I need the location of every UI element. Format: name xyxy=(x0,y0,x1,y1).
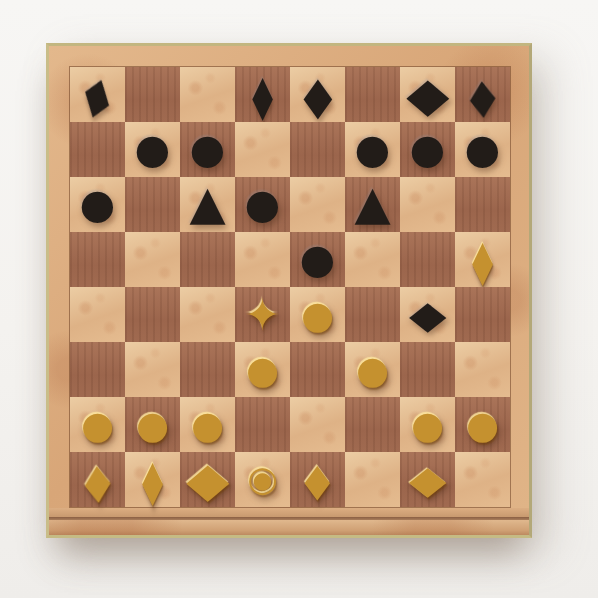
square-f6[interactable]: ▲ xyxy=(345,177,400,232)
square-f5[interactable] xyxy=(345,232,400,287)
black-king-piece[interactable]: ◆ xyxy=(303,69,332,121)
gold-pawn-piece[interactable]: ● xyxy=(466,406,499,444)
square-f1[interactable] xyxy=(345,452,400,507)
gold-queen-piece[interactable]: ◆ xyxy=(186,456,229,504)
black-bishop-piece[interactable]: ▲ xyxy=(354,179,390,226)
square-g5[interactable] xyxy=(400,232,455,287)
gold-pawn-piece[interactable]: ● xyxy=(81,406,114,444)
board-bottom-ledge xyxy=(49,508,529,517)
square-e5[interactable]: ● xyxy=(290,232,345,287)
square-f7[interactable]: ● xyxy=(345,122,400,177)
square-b2[interactable]: ● xyxy=(125,397,180,452)
black-pawn-piece[interactable]: ● xyxy=(300,239,336,280)
square-d3[interactable]: ● xyxy=(235,342,290,397)
square-g6[interactable] xyxy=(400,177,455,232)
square-c7[interactable]: ● xyxy=(180,122,235,177)
square-f3[interactable]: ● xyxy=(345,342,400,397)
square-e4[interactable]: ● xyxy=(290,287,345,342)
square-a8[interactable]: ◆ xyxy=(70,67,125,122)
square-h3[interactable] xyxy=(455,342,510,397)
square-f8[interactable] xyxy=(345,67,400,122)
square-h2[interactable]: ● xyxy=(455,397,510,452)
square-e7[interactable] xyxy=(290,122,345,177)
square-a1[interactable]: ◆ xyxy=(70,452,125,507)
square-a2[interactable]: ● xyxy=(70,397,125,452)
square-e2[interactable] xyxy=(290,397,345,452)
square-d5[interactable] xyxy=(235,232,290,287)
square-f4[interactable] xyxy=(345,287,400,342)
board-bottom-bevel xyxy=(49,520,529,535)
burl-frame: ◆◆◆◆◆●●●●●●▲●▲●◆✦●◆●●●●●●●◆◆◆◉◆◆ xyxy=(49,46,529,508)
square-h5[interactable]: ◆ xyxy=(455,232,510,287)
square-e1[interactable]: ◆ xyxy=(290,452,345,507)
gold-pawn-piece[interactable]: ● xyxy=(411,406,444,444)
square-g3[interactable] xyxy=(400,342,455,397)
square-a7[interactable] xyxy=(70,122,125,177)
black-pawn-piece[interactable]: ● xyxy=(245,184,281,225)
chess-board-tray: ◆◆◆◆◆●●●●●●▲●▲●◆✦●◆●●●●●●●◆◆◆◉◆◆ xyxy=(46,43,532,538)
gold-rook-piece[interactable]: ◆ xyxy=(83,454,111,504)
gold-pawn-piece[interactable]: ● xyxy=(301,296,334,334)
black-pawn-piece[interactable]: ● xyxy=(410,129,446,170)
black-queen-piece[interactable]: ◆ xyxy=(406,71,449,119)
square-h8[interactable]: ◆ xyxy=(455,67,510,122)
chess-board: ◆◆◆◆◆●●●●●●▲●▲●◆✦●◆●●●●●●●◆◆◆◉◆◆ xyxy=(69,66,511,508)
square-h7[interactable]: ● xyxy=(455,122,510,177)
square-b7[interactable]: ● xyxy=(125,122,180,177)
black-rook-piece[interactable]: ◆ xyxy=(468,69,496,119)
square-e3[interactable] xyxy=(290,342,345,397)
gold-pawn-piece[interactable]: ● xyxy=(191,406,224,444)
square-b4[interactable] xyxy=(125,287,180,342)
square-b1[interactable]: ◆ xyxy=(125,452,180,507)
square-h1[interactable] xyxy=(455,452,510,507)
gold-king-piece[interactable]: ◆ xyxy=(305,457,331,502)
square-a4[interactable] xyxy=(70,287,125,342)
black-pawn-piece[interactable]: ● xyxy=(465,129,501,170)
gold-bishop-piece[interactable]: ✦ xyxy=(244,293,281,337)
square-b8[interactable] xyxy=(125,67,180,122)
gold-knight-piece[interactable]: ◆ xyxy=(142,452,163,508)
gold-rook-piece[interactable]: ◆ xyxy=(409,460,447,499)
square-h6[interactable] xyxy=(455,177,510,232)
gold-pawn-piece[interactable]: ● xyxy=(356,351,389,389)
square-b5[interactable] xyxy=(125,232,180,287)
square-d2[interactable] xyxy=(235,397,290,452)
square-g7[interactable]: ● xyxy=(400,122,455,177)
black-knight-piece[interactable]: ◆ xyxy=(409,295,447,334)
square-c2[interactable]: ● xyxy=(180,397,235,452)
square-c1[interactable]: ◆ xyxy=(180,452,235,507)
black-pawn-piece[interactable]: ● xyxy=(355,129,391,170)
black-pawn-piece[interactable]: ● xyxy=(190,129,226,170)
gold-pawn-piece[interactable]: ● xyxy=(246,351,279,389)
black-knight-piece[interactable]: ◆ xyxy=(252,67,273,123)
gold-knight-piece[interactable]: ◆ xyxy=(472,232,493,288)
gold-bishop-piece[interactable]: ◉ xyxy=(247,462,278,497)
square-c6[interactable]: ▲ xyxy=(180,177,235,232)
square-h4[interactable] xyxy=(455,287,510,342)
square-g8[interactable]: ◆ xyxy=(400,67,455,122)
square-b6[interactable] xyxy=(125,177,180,232)
black-pawn-piece[interactable]: ● xyxy=(80,184,116,225)
square-f2[interactable] xyxy=(345,397,400,452)
square-g4[interactable]: ◆ xyxy=(400,287,455,342)
black-rook-piece[interactable]: ◆ xyxy=(80,63,115,126)
square-a6[interactable]: ● xyxy=(70,177,125,232)
square-a5[interactable] xyxy=(70,232,125,287)
square-c5[interactable] xyxy=(180,232,235,287)
square-g2[interactable]: ● xyxy=(400,397,455,452)
square-d6[interactable]: ● xyxy=(235,177,290,232)
square-e6[interactable] xyxy=(290,177,345,232)
square-c8[interactable] xyxy=(180,67,235,122)
square-c3[interactable] xyxy=(180,342,235,397)
square-d1[interactable]: ◉ xyxy=(235,452,290,507)
square-d8[interactable]: ◆ xyxy=(235,67,290,122)
square-b3[interactable] xyxy=(125,342,180,397)
black-pawn-piece[interactable]: ● xyxy=(135,129,171,170)
square-e8[interactable]: ◆ xyxy=(290,67,345,122)
square-d7[interactable] xyxy=(235,122,290,177)
square-a3[interactable] xyxy=(70,342,125,397)
square-g1[interactable]: ◆ xyxy=(400,452,455,507)
square-d4[interactable]: ✦ xyxy=(235,287,290,342)
square-c4[interactable] xyxy=(180,287,235,342)
black-bishop-piece[interactable]: ▲ xyxy=(189,179,225,226)
gold-pawn-piece[interactable]: ● xyxy=(136,406,169,444)
